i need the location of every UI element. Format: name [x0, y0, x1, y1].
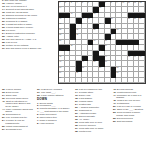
clue-number: 53. [113, 111, 117, 113]
cell-number: 7 [105, 2, 106, 4]
clue-number: 1. [37, 102, 40, 104]
cell-number: 44 [105, 56, 107, 58]
clue-number: 50. [113, 105, 117, 107]
clue-number: 22. [2, 26, 6, 28]
cell-number: 14 [59, 7, 61, 9]
clue-number: 54. [2, 119, 6, 121]
clue-number: 57. [2, 128, 6, 130]
crossword-puzzle-page: { "game": "crossword", "grid": { "rows":… [0, 0, 150, 150]
cell-number: 32 [59, 34, 61, 36]
clue: 47. Nickname for a dog or a dogface [113, 94, 148, 99]
clue-number: 56. [2, 125, 6, 127]
clue-number: 35. [75, 124, 79, 126]
clue-number: 33. [2, 91, 6, 93]
clue-number: 43. [113, 88, 117, 90]
clue-number: 3. [37, 107, 40, 109]
clue-number: 36. [2, 97, 6, 99]
cell-number: 36 [94, 40, 96, 42]
clue-number: 30. [2, 44, 6, 46]
down-clues-start: 1. Scenic spots2. Mechanic's ___3. Tripl… [37, 102, 71, 125]
cell-number: 55 [117, 67, 119, 69]
cell-number: 52 [59, 67, 61, 69]
clue: 54. Prepare to end an engagement? [2, 119, 35, 124]
cell-number: 2 [65, 2, 66, 4]
clue: 56. Skirt grounding [113, 120, 148, 122]
clue-number: 23. [2, 29, 6, 31]
clue-number: 44. [2, 108, 6, 110]
clue: 53. Ones avoided in grape, orange and pe… [113, 111, 148, 116]
clue-number: 32. [2, 88, 6, 90]
grid-cell[interactable] [139, 78, 145, 83]
down-clue-column-3: 43. Beyond bounds45. Mediterranean port4… [113, 88, 148, 123]
clue-number: 51. [113, 108, 117, 110]
clue-number: 16. [75, 94, 79, 96]
clue-number: 60. [37, 88, 41, 90]
clue-number: 38. [75, 130, 79, 132]
cell-number: 42 [99, 50, 101, 52]
cell-number: 26 [76, 23, 78, 25]
cell-number: 6 [88, 2, 89, 4]
clue-number: 20. [2, 20, 6, 22]
clue-number: 62. [37, 94, 41, 96]
clue: 57. Seedlings to be [2, 128, 35, 130]
cell-number: 29 [76, 29, 78, 31]
clue-number: 34. [2, 94, 6, 96]
cell-number: 57 [76, 72, 78, 74]
cell-number: 33 [76, 34, 78, 36]
cell-number: 4 [76, 2, 77, 4]
cell-number: 51 [105, 61, 107, 63]
cell-number: 24 [139, 18, 141, 20]
clue-number: 45. [113, 91, 117, 93]
clue-number: 9. [2, 0, 5, 1]
clue: 40. 'Best of Intentions' or 'Modern Day … [2, 100, 35, 107]
cell-number: 48 [59, 61, 61, 63]
down-header: DOWN [37, 98, 71, 101]
cell-number: 9 [117, 2, 118, 4]
clue-number: 47. [113, 94, 117, 96]
cell-number: 37 [105, 40, 107, 42]
clue-number: 29. [75, 112, 79, 114]
cell-number: 59 [59, 77, 61, 79]
clue-number: 27. [75, 109, 79, 111]
clue-number: 56. [113, 120, 117, 122]
crossword-grid: 1234567891011121314151617181920212223242… [58, 1, 146, 84]
clue-number: 12. [2, 2, 6, 4]
clue-number: 49. [113, 102, 117, 104]
cell-number: 19 [82, 18, 84, 20]
clue-number: 7. [37, 119, 40, 121]
clue-number: 26. [75, 106, 79, 108]
cell-number: 40 [59, 50, 61, 52]
cell-number: 18 [59, 18, 61, 20]
clue-number: 21. [2, 23, 6, 25]
clue-number: 5. [37, 113, 40, 115]
clue: 38. Mouth piece [75, 130, 109, 132]
clue-number: 28. [2, 41, 6, 43]
clue-number: 14. [2, 8, 6, 10]
clue-number: 15. [2, 11, 6, 13]
clue-number: 2. [37, 104, 40, 106]
cell-number: 34 [111, 34, 113, 36]
clue-number: 32. [75, 118, 79, 120]
down-clue-column-2: 13. Part of a barbecue tool14. German st… [75, 88, 109, 133]
clue: 8. Hose problem [37, 122, 71, 124]
cell-number: 1 [59, 2, 60, 4]
cell-number: 11 [128, 2, 130, 4]
cell-number: 16 [71, 13, 73, 15]
clue-number: 21. [75, 100, 79, 102]
cell-number: 41 [65, 50, 67, 52]
clue-number: 51. [2, 116, 6, 118]
cell-number: 8 [111, 2, 112, 4]
clue-number: 8. [37, 122, 40, 124]
cell-number: 45 [128, 56, 130, 58]
clue-number: 55. [113, 117, 117, 119]
clue-number: 30. [75, 115, 79, 117]
cell-number: 39 [105, 45, 107, 47]
cell-number: 17 [94, 13, 96, 15]
across-clue-column-bottom: 32. Kind of column33. Extra energy34. St… [2, 88, 35, 131]
cell-number: 46 [134, 56, 136, 58]
clue-number: 46. [2, 113, 6, 115]
clue-number: 17. [2, 14, 6, 16]
cell-number: 10 [122, 2, 124, 4]
clue-number: 18. [75, 97, 79, 99]
clue-number: 13. [2, 5, 6, 7]
cell-number: 12 [134, 2, 136, 4]
clue-number: 24. [75, 103, 79, 105]
across-clue-column: 9. San Juan car, slangily12. Hamper (dow… [2, 0, 46, 49]
cell-number: 43 [59, 56, 61, 58]
clue-number: 33. [75, 121, 79, 123]
cell-number: 54 [99, 67, 101, 69]
clue-number: 13. [75, 88, 79, 90]
cell-number: 27 [99, 23, 101, 25]
clue-number: 19. [2, 17, 6, 19]
cell-number: 35 [59, 40, 61, 42]
cell-number: 47 [139, 56, 141, 58]
cell-number: 22 [128, 18, 130, 20]
clue-number: 25. [2, 35, 6, 37]
clue-number: 24. [2, 32, 6, 34]
clue-number: 14. [75, 91, 79, 93]
cell-number: 20 [88, 18, 90, 20]
clue-number: 4. [37, 110, 40, 112]
cell-number: 38 [71, 45, 73, 47]
cell-number: 28 [59, 29, 61, 31]
clue-number: 37. [75, 127, 79, 129]
clue: 31. She and Nicole lived a 'Simple Life' [2, 47, 46, 49]
cell-number: 53 [82, 67, 84, 69]
clue-number: 48. [113, 99, 117, 101]
clue: 44. Marry unknown Johns and James [2, 108, 35, 113]
clue-number: 26. [2, 38, 6, 40]
cell-number: 21 [111, 18, 113, 20]
cell-number: 5 [82, 2, 83, 4]
clue-number: 6. [37, 116, 40, 118]
clue-column-with-down-header: 60. Less green, perhaps61. 'The most ___… [37, 88, 71, 125]
cell-number: 13 [139, 2, 141, 4]
across-clues-continued: 60. Less green, perhaps61. 'The most ___… [37, 88, 71, 96]
clue-number: 31. [2, 47, 6, 49]
cell-number: 56 [59, 72, 61, 74]
cell-number: 23 [134, 18, 136, 20]
cell-number: 58 [117, 72, 119, 74]
clue-number: 40. [2, 100, 6, 102]
cell-number: 3 [71, 2, 72, 4]
cell-number: 15 [99, 7, 101, 9]
cell-number: 30 [94, 29, 96, 31]
cell-number: 31 [117, 29, 119, 31]
clue-number: 61. [37, 91, 41, 93]
cell-number: 50 [94, 61, 96, 63]
cell-number: 49 [82, 61, 84, 63]
cell-number: 25 [59, 23, 61, 25]
